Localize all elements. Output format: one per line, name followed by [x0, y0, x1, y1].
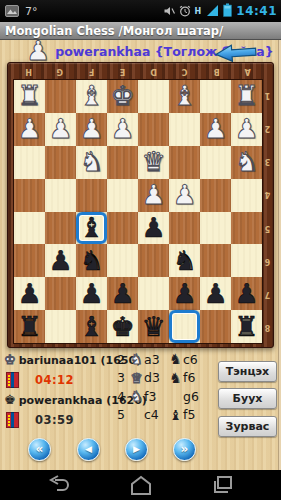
square-c2[interactable]	[169, 113, 200, 146]
rank-label-3: 3	[262, 145, 273, 178]
nav-first-button[interactable]: «	[28, 438, 51, 461]
black-pawn-b7: ♟	[203, 278, 227, 310]
white-knight-a3: ♞	[234, 146, 258, 178]
black-bishop-f5: ♝	[79, 212, 103, 244]
player-white-row: ♚ bariunaa101 (1650)	[4, 350, 116, 370]
square-e1[interactable]: ♚	[107, 80, 138, 113]
square-g3[interactable]	[45, 146, 76, 179]
square-e7[interactable]: ♟	[107, 277, 138, 310]
square-b1[interactable]	[200, 80, 231, 113]
square-f4[interactable]	[76, 179, 107, 212]
white-pawn-e2: ♟	[110, 113, 134, 145]
black-move-piece-icon: ♞	[168, 370, 183, 386]
move-row-4: 4♞f3g6	[117, 387, 217, 406]
white-bishop-f1: ♝	[79, 80, 103, 112]
player-white-clock: 04:12	[35, 373, 74, 387]
square-h7[interactable]: ♟	[14, 277, 45, 310]
square-d3[interactable]: ♛	[138, 146, 169, 179]
move-number: 5	[117, 407, 129, 422]
move-row-3: 3♛d3♞f6	[117, 369, 217, 388]
android-recents-icon[interactable]	[209, 474, 235, 496]
white-king-icon: ♚	[4, 352, 16, 368]
player-black-row: ♚ powerankhaa (1620)	[4, 390, 116, 410]
black-pawn-a7: ♟	[234, 278, 258, 310]
white-pawn-d4: ♟	[141, 179, 165, 211]
black-rook-h8: ♜	[17, 311, 41, 343]
black-pawn-g6: ♟	[48, 245, 72, 277]
android-home-icon[interactable]	[128, 474, 154, 496]
white-move-text: c4	[144, 407, 168, 422]
square-c4[interactable]: ♟	[169, 179, 200, 212]
square-a3[interactable]: ♞	[231, 146, 262, 179]
black-pawn-f7: ♟	[79, 278, 103, 310]
square-d6[interactable]	[138, 244, 169, 277]
square-d4[interactable]: ♟	[138, 179, 169, 212]
black-pawn-c7: ♟	[172, 278, 196, 310]
square-d5[interactable]: ♟	[138, 212, 169, 245]
battery-icon	[223, 2, 232, 21]
white-pawn-icon: ♟	[26, 35, 50, 67]
black-king-icon: ♚	[4, 392, 16, 408]
square-h2[interactable]: ♟	[14, 113, 45, 146]
square-b4[interactable]	[200, 179, 231, 212]
white-queen-d3: ♛	[141, 146, 165, 178]
square-g1[interactable]	[45, 80, 76, 113]
move-row-2: 2♞a3♞c6	[117, 350, 217, 369]
last-arrow-icon: »	[181, 439, 189, 460]
white-bishop-c1: ♝	[172, 80, 196, 112]
white-rook-h1: ♜	[17, 80, 41, 112]
player-white-clock-row: 04:12	[4, 370, 116, 390]
white-move-text: f3	[144, 389, 168, 404]
square-f5[interactable]: ♝	[76, 212, 107, 245]
white-king-e1: ♚	[110, 80, 134, 112]
white-pawn-g2: ♟	[48, 113, 72, 145]
rank-label-2: 2	[262, 112, 273, 145]
square-g8[interactable]	[45, 310, 76, 343]
signal-h-icon: H	[195, 7, 202, 16]
square-g5[interactable]	[45, 212, 76, 245]
square-h3[interactable]	[14, 146, 45, 179]
android-nav-bar	[0, 470, 281, 500]
rank-label-4: 4	[262, 178, 273, 211]
square-c8[interactable]	[169, 310, 200, 343]
square-e3[interactable]	[107, 146, 138, 179]
square-b5[interactable]	[200, 212, 231, 245]
move-row-5: 5c4♝f5	[117, 406, 217, 425]
rank-label-8: 8	[262, 311, 273, 344]
file-labels: HGFEDCBA	[13, 64, 263, 78]
square-c6[interactable]: ♞	[169, 244, 200, 277]
square-a8[interactable]: ♜	[231, 310, 262, 343]
square-c5[interactable]	[169, 212, 200, 245]
white-pawn-h2: ♟	[17, 113, 41, 145]
black-queen-d8: ♛	[141, 311, 165, 343]
square-e2[interactable]: ♟	[107, 113, 138, 146]
black-move-text: g6	[183, 389, 207, 404]
square-e4[interactable]	[107, 179, 138, 212]
black-pawn-h7: ♟	[17, 278, 41, 310]
next-arrow-icon: ▶	[133, 439, 140, 460]
nav-last-button[interactable]: »	[173, 438, 196, 461]
rank-labels: 12345678	[262, 79, 273, 344]
black-knight-c6: ♞	[172, 245, 196, 277]
square-a2[interactable]: ♟	[231, 113, 262, 146]
square-f6[interactable]: ♞	[76, 244, 107, 277]
move-number: 3	[117, 370, 129, 385]
square-b2[interactable]: ♟	[200, 113, 231, 146]
square-b6[interactable]	[200, 244, 231, 277]
black-move-piece-icon: ♝	[168, 407, 183, 423]
black-rook-a8: ♜	[234, 311, 258, 343]
move-number: 4	[117, 389, 129, 404]
square-f3[interactable]: ♞	[76, 146, 107, 179]
signal-bars-icon	[206, 2, 219, 21]
square-h6[interactable]	[14, 244, 45, 277]
white-move-text: d3	[144, 370, 168, 385]
square-c1[interactable]: ♝	[169, 80, 200, 113]
square-b3[interactable]	[200, 146, 231, 179]
white-pawn-a2: ♟	[234, 113, 258, 145]
square-d8[interactable]: ♛	[138, 310, 169, 343]
rank-label-7: 7	[262, 278, 273, 311]
android-back-icon[interactable]	[46, 474, 72, 496]
player-black-clock: 03:59	[35, 413, 74, 427]
game-status-header: ♟ powerankhaa {Тоглож байна}	[0, 40, 281, 62]
prev-arrow-icon: ◀	[85, 439, 92, 460]
board-grid: ♜♝♚♝♜♟♟♟♟♟♟♞♛♞♟♟♝♟♟♞♞♟♟♟♟♟♟♜♝♚♛♜	[13, 79, 263, 344]
square-f2[interactable]: ♟	[76, 113, 107, 146]
square-d1[interactable]	[138, 80, 169, 113]
player-panel: ♚ bariunaa101 (1650) 04:12 ♚ powerankhaa…	[4, 350, 116, 430]
black-king-e8: ♚	[110, 311, 134, 343]
square-g6[interactable]: ♟	[45, 244, 76, 277]
white-move-piece-icon: ♞	[129, 388, 144, 404]
black-knight-f6: ♞	[79, 245, 103, 277]
square-a5[interactable]	[231, 212, 262, 245]
square-a7[interactable]: ♟	[231, 277, 262, 310]
black-pawn-e7: ♟	[110, 278, 134, 310]
square-e8[interactable]: ♚	[107, 310, 138, 343]
white-knight-f3: ♞	[79, 146, 103, 178]
nav-next-button[interactable]: ▶	[125, 438, 148, 461]
white-move-piece-icon: ♞	[129, 351, 144, 367]
square-g7[interactable]	[45, 277, 76, 310]
nav-prev-button[interactable]: ◀	[77, 438, 100, 461]
alarm-icon	[179, 2, 191, 21]
file-label-a: A	[232, 64, 263, 78]
first-arrow-icon: «	[36, 439, 44, 460]
file-label-c: C	[169, 64, 200, 78]
black-pawn-d5: ♟	[141, 212, 165, 244]
black-bishop-f8: ♝	[79, 311, 103, 343]
square-a6[interactable]	[231, 244, 262, 277]
square-g4[interactable]	[45, 179, 76, 212]
square-e6[interactable]	[107, 244, 138, 277]
black-move-piece-icon: ♞	[168, 351, 183, 367]
square-b8[interactable]	[200, 310, 231, 343]
black-move-text: c6	[183, 352, 207, 367]
square-d2[interactable]	[138, 113, 169, 146]
square-f8[interactable]: ♝	[76, 310, 107, 343]
white-move-text: a3	[144, 352, 168, 367]
file-label-d: D	[138, 64, 169, 78]
status-bar: 7° H 14:41	[0, 0, 281, 22]
mongolia-flag-icon	[6, 372, 19, 388]
black-move-text: f6	[183, 370, 207, 385]
white-pawn-b2: ♟	[203, 113, 227, 145]
square-d7[interactable]	[138, 277, 169, 310]
square-h1[interactable]: ♜	[14, 80, 45, 113]
square-h8[interactable]: ♜	[14, 310, 45, 343]
white-pawn-c4: ♟	[172, 179, 196, 211]
square-c7[interactable]: ♟	[169, 277, 200, 310]
square-b7[interactable]: ♟	[200, 277, 231, 310]
scroll-edge	[278, 40, 281, 470]
message-button[interactable]: Зурвас	[218, 416, 277, 437]
mute-icon	[163, 2, 175, 21]
draw-offer-button[interactable]: Тэнцэх	[218, 361, 277, 382]
square-f1[interactable]: ♝	[76, 80, 107, 113]
resign-button[interactable]: Буух	[218, 388, 277, 409]
white-pawn-f2: ♟	[79, 113, 103, 145]
square-f7[interactable]: ♟	[76, 277, 107, 310]
square-a1[interactable]: ♜	[231, 80, 262, 113]
file-label-f: F	[76, 64, 107, 78]
square-a4[interactable]	[231, 179, 262, 212]
square-g2[interactable]: ♟	[45, 113, 76, 146]
rank-label-6: 6	[262, 245, 273, 278]
rank-label-1: 1	[262, 79, 273, 112]
rank-label-5: 5	[262, 212, 273, 245]
gallery-icon	[5, 2, 19, 21]
white-move-piece-icon: ♛	[129, 370, 144, 386]
file-label-e: E	[107, 64, 138, 78]
move-list[interactable]: 2♞a3♞c63♛d3♞f64♞f3g65c4♝f5	[117, 350, 217, 424]
player-black-clock-row: 03:59	[4, 410, 116, 430]
square-h5[interactable]	[14, 212, 45, 245]
square-h4[interactable]	[14, 179, 45, 212]
status-clock: 14:41	[236, 4, 277, 18]
move-number: 2	[117, 352, 129, 367]
chess-board: HGFEDCBA 12345678 ♜♝♚♝♜♟♟♟♟♟♟♞♛♞♟♟♝♟♟♞♞♟…	[7, 62, 274, 348]
file-label-b: B	[201, 64, 232, 78]
black-move-text: f5	[183, 407, 207, 422]
app-screen: 7° H 14:41 Mongolian Chess /Монгол шатар…	[0, 0, 281, 500]
status-temperature: 7°	[25, 5, 38, 18]
mongolia-flag-icon	[6, 412, 19, 428]
square-e5[interactable]	[107, 212, 138, 245]
square-c3[interactable]	[169, 146, 200, 179]
white-rook-a1: ♜	[234, 80, 258, 112]
